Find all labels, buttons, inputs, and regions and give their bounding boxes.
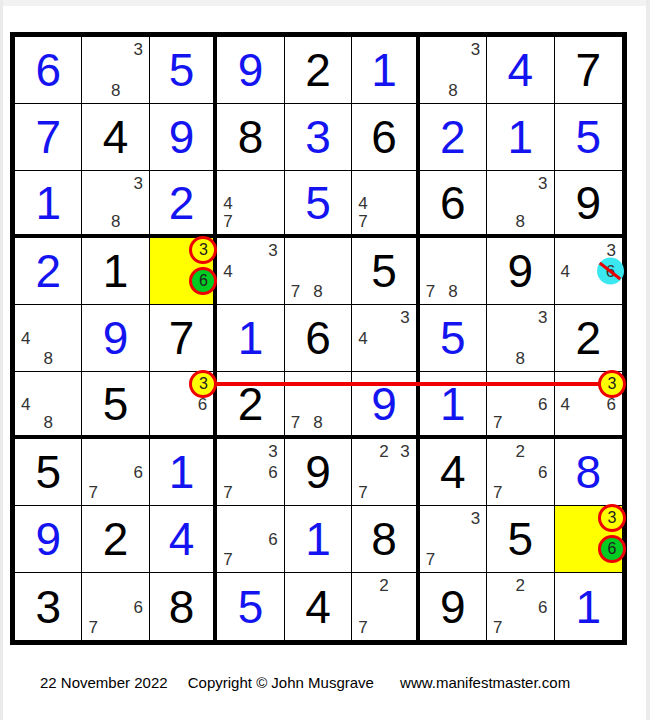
cell-r8c4[interactable]: 67 (217, 506, 284, 573)
candidate-8: 8 (448, 283, 457, 300)
candidate-7: 7 (358, 484, 367, 501)
candidate-2: 2 (516, 443, 525, 460)
cell-r1c6[interactable]: 1 (352, 37, 419, 104)
candidate-6: 6 (538, 395, 547, 412)
candidate-8: 8 (516, 213, 525, 230)
cell-r8c9[interactable]: 36 (555, 506, 622, 573)
cell-r9c2[interactable]: 67 (82, 573, 149, 640)
candidate-8: 8 (313, 283, 322, 300)
cell-r5c2[interactable]: 9 (82, 305, 149, 372)
candidate-4: 4 (223, 263, 232, 280)
cell-r4c2[interactable]: 1 (82, 238, 149, 305)
cell-r3c9[interactable]: 9 (555, 171, 622, 238)
solved-digit: 3 (305, 114, 331, 160)
candidate-7: 7 (426, 283, 435, 300)
sudoku-board: 6385921384774983621513824754763892136347… (10, 32, 627, 645)
solved-digit: 9 (103, 315, 129, 361)
page-edge-right (646, 0, 650, 720)
given-digit: 9 (305, 449, 331, 495)
cell-r1c4[interactable]: 9 (217, 37, 284, 104)
cell-r7c8[interactable]: 267 (487, 439, 554, 506)
cell-r7c9[interactable]: 8 (555, 439, 622, 506)
solved-digit: 1 (508, 114, 534, 160)
candidate-8: 8 (111, 213, 120, 230)
cell-r9c9[interactable]: 1 (555, 573, 622, 640)
given-digit: 6 (440, 180, 466, 226)
cell-r1c5[interactable]: 2 (285, 37, 352, 104)
circled-candidate-6: 6 (189, 267, 217, 295)
candidate-3: 3 (471, 41, 480, 58)
cell-r2c4[interactable]: 8 (217, 104, 284, 171)
cell-r4c7[interactable]: 78 (420, 238, 487, 305)
cell-r1c2[interactable]: 38 (82, 37, 149, 104)
candidate-7: 7 (358, 213, 367, 230)
cell-r5c1[interactable]: 48 (15, 305, 82, 372)
cell-r7c6[interactable]: 237 (352, 439, 419, 506)
given-digit: 2 (575, 315, 601, 361)
given-digit: 2 (305, 47, 331, 93)
solved-digit: 1 (371, 47, 397, 93)
cell-r8c6[interactable]: 8 (352, 506, 419, 573)
cell-r4c6[interactable]: 5 (352, 238, 419, 305)
cell-r5c5[interactable]: 6 (285, 305, 352, 372)
cell-r9c5[interactable]: 4 (285, 573, 352, 640)
cell-r2c6[interactable]: 6 (352, 104, 419, 171)
cell-r9c6[interactable]: 27 (352, 573, 419, 640)
eliminated-candidate-6: 6 (597, 258, 624, 285)
candidate-7: 7 (223, 484, 232, 501)
cell-r7c4[interactable]: 367 (217, 439, 284, 506)
given-digit: 8 (371, 516, 397, 562)
cell-r3c2[interactable]: 38 (82, 171, 149, 238)
candidate-8: 8 (516, 350, 525, 367)
cell-r3c5[interactable]: 5 (285, 171, 352, 238)
candidate-3: 3 (400, 309, 409, 326)
candidate-7: 7 (88, 619, 97, 636)
cell-r8c2[interactable]: 2 (82, 506, 149, 573)
solved-digit: 9 (238, 47, 264, 93)
solved-digit: 1 (169, 449, 195, 495)
given-digit: 3 (35, 584, 61, 630)
solved-digit: 1 (305, 516, 331, 562)
candidate-3: 3 (133, 175, 142, 192)
candidate-7: 7 (426, 551, 435, 568)
given-digit: 8 (169, 584, 195, 630)
cell-r9c4[interactable]: 5 (217, 573, 284, 640)
cell-r3c7[interactable]: 6 (420, 171, 487, 238)
page-edge-top (0, 0, 650, 6)
solved-digit: 9 (35, 516, 61, 562)
given-digit: 4 (103, 114, 129, 160)
candidate-6: 6 (133, 598, 142, 615)
cell-r3c1[interactable]: 1 (15, 171, 82, 238)
given-digit: 5 (103, 381, 129, 427)
circled-candidate-3: 3 (189, 370, 217, 398)
given-digit: 5 (508, 516, 534, 562)
cell-r7c1[interactable]: 5 (15, 439, 82, 506)
candidate-8: 8 (43, 414, 52, 431)
candidate-7: 7 (223, 551, 232, 568)
candidate-4: 4 (561, 395, 570, 412)
cell-r1c7[interactable]: 38 (420, 37, 487, 104)
given-digit: 2 (103, 516, 129, 562)
cell-r8c7[interactable]: 37 (420, 506, 487, 573)
candidate-3: 3 (400, 443, 409, 460)
given-digit: 9 (508, 248, 534, 294)
given-digit: 5 (35, 449, 61, 495)
cell-r4c3[interactable]: 36 (150, 238, 217, 305)
circled-candidate-3: 3 (598, 370, 626, 398)
solved-digit: 1 (440, 381, 466, 427)
cell-r2c9[interactable]: 5 (555, 104, 622, 171)
solved-digit: 1 (575, 584, 601, 630)
candidate-2: 2 (379, 443, 388, 460)
candidate-4: 4 (358, 194, 367, 211)
candidate-2: 2 (516, 577, 525, 594)
solved-digit: 2 (35, 248, 61, 294)
candidate-7: 7 (223, 213, 232, 230)
footer: 22 November 2022 Copyright © John Musgra… (40, 674, 570, 691)
candidate-8: 8 (43, 350, 52, 367)
cell-r2c2[interactable]: 4 (82, 104, 149, 171)
solved-digit: 7 (35, 114, 61, 160)
given-digit: 9 (440, 584, 466, 630)
candidate-8: 8 (448, 82, 457, 99)
cell-r4c5[interactable]: 78 (285, 238, 352, 305)
cell-r9c7[interactable]: 9 (420, 573, 487, 640)
solved-digit: 4 (508, 47, 534, 93)
solved-digit: 5 (238, 584, 264, 630)
cell-r3c4[interactable]: 47 (217, 171, 284, 238)
page-edge-left (0, 0, 3, 720)
given-digit: 5 (371, 248, 397, 294)
solved-digit: 2 (169, 180, 195, 226)
cell-r8c5[interactable]: 1 (285, 506, 352, 573)
solved-digit: 1 (35, 180, 61, 226)
given-digit: 2 (238, 381, 264, 427)
candidate-3: 3 (607, 242, 616, 259)
cell-r3c3[interactable]: 2 (150, 171, 217, 238)
cell-r3c8[interactable]: 38 (487, 171, 554, 238)
cell-r1c9[interactable]: 7 (555, 37, 622, 104)
candidate-8: 8 (111, 82, 120, 99)
candidate-4: 4 (21, 330, 30, 347)
given-digit: 7 (169, 315, 195, 361)
cell-r7c2[interactable]: 67 (82, 439, 149, 506)
footer-copyright: Copyright © John Musgrave (188, 674, 374, 691)
solved-digit: 2 (440, 114, 466, 160)
candidate-3: 3 (268, 443, 277, 460)
solved-digit: 8 (575, 449, 601, 495)
candidate-3: 3 (268, 242, 277, 259)
candidate-6: 6 (268, 531, 277, 548)
cell-r9c1[interactable]: 3 (15, 573, 82, 640)
candidate-3: 3 (538, 309, 547, 326)
cell-r7c3[interactable]: 1 (150, 439, 217, 506)
solved-digit: 5 (575, 114, 601, 160)
candidate-7: 7 (493, 619, 502, 636)
circled-candidate-3: 3 (598, 504, 626, 532)
cell-r4c8[interactable]: 9 (487, 238, 554, 305)
candidate-3: 3 (133, 41, 142, 58)
given-digit: 1 (103, 248, 129, 294)
cell-r4c4[interactable]: 34 (217, 238, 284, 305)
cell-r5c6[interactable]: 34 (352, 305, 419, 372)
candidate-7: 7 (291, 414, 300, 431)
circled-candidate-6: 6 (598, 535, 626, 563)
footer-date: 22 November 2022 (40, 674, 168, 691)
solved-digit: 5 (305, 180, 331, 226)
cell-r1c8[interactable]: 4 (487, 37, 554, 104)
cell-r2c3[interactable]: 9 (150, 104, 217, 171)
cell-r6c2[interactable]: 5 (82, 372, 149, 439)
cell-r6c3[interactable]: 36 (150, 372, 217, 439)
solved-digit: 6 (35, 47, 61, 93)
candidate-7: 7 (358, 619, 367, 636)
given-digit: 7 (575, 47, 601, 93)
candidate-3: 3 (538, 175, 547, 192)
chain-link-line (207, 382, 612, 386)
given-digit: 4 (440, 449, 466, 495)
candidate-2: 2 (379, 577, 388, 594)
cell-r8c3[interactable]: 4 (150, 506, 217, 573)
given-digit: 6 (371, 114, 397, 160)
solved-digit: 9 (371, 381, 397, 427)
cell-r8c1[interactable]: 9 (15, 506, 82, 573)
cell-r4c9[interactable]: 346 (555, 238, 622, 305)
candidate-6: 6 (268, 464, 277, 481)
candidate-4: 4 (561, 263, 570, 280)
candidate-6: 6 (133, 464, 142, 481)
cell-r5c4[interactable]: 1 (217, 305, 284, 372)
footer-website: www.manifestmaster.com (400, 674, 570, 691)
candidate-7: 7 (493, 414, 502, 431)
cell-r9c3[interactable]: 8 (150, 573, 217, 640)
candidate-8: 8 (313, 414, 322, 431)
solved-digit: 5 (440, 315, 466, 361)
candidate-6: 6 (538, 598, 547, 615)
solved-digit: 5 (169, 47, 195, 93)
cell-r1c1[interactable]: 6 (15, 37, 82, 104)
candidate-4: 4 (358, 330, 367, 347)
solved-digit: 9 (169, 114, 195, 160)
cell-r6c1[interactable]: 48 (15, 372, 82, 439)
cell-r9c8[interactable]: 267 (487, 573, 554, 640)
cell-r2c8[interactable]: 1 (487, 104, 554, 171)
cell-r4c1[interactable]: 2 (15, 238, 82, 305)
candidate-7: 7 (291, 283, 300, 300)
solved-digit: 1 (238, 315, 264, 361)
cell-r3c6[interactable]: 47 (352, 171, 419, 238)
given-digit: 9 (575, 180, 601, 226)
given-digit: 6 (305, 315, 331, 361)
candidate-6: 6 (538, 464, 547, 481)
given-digit: 8 (238, 114, 264, 160)
cell-r2c5[interactable]: 3 (285, 104, 352, 171)
cell-r7c7[interactable]: 4 (420, 439, 487, 506)
candidate-4: 4 (21, 395, 30, 412)
cell-r5c7[interactable]: 5 (420, 305, 487, 372)
cell-r1c3[interactable]: 5 (150, 37, 217, 104)
cell-r5c3[interactable]: 7 (150, 305, 217, 372)
cell-r5c9[interactable]: 2 (555, 305, 622, 372)
given-digit: 4 (305, 584, 331, 630)
solved-digit: 4 (169, 516, 195, 562)
cell-r5c8[interactable]: 38 (487, 305, 554, 372)
candidate-7: 7 (493, 484, 502, 501)
cell-r2c7[interactable]: 2 (420, 104, 487, 171)
cell-r8c8[interactable]: 5 (487, 506, 554, 573)
cell-r7c5[interactable]: 9 (285, 439, 352, 506)
circled-candidate-3: 3 (189, 236, 217, 264)
candidate-3: 3 (471, 510, 480, 527)
cell-r2c1[interactable]: 7 (15, 104, 82, 171)
candidate-4: 4 (223, 194, 232, 211)
candidate-7: 7 (88, 484, 97, 501)
